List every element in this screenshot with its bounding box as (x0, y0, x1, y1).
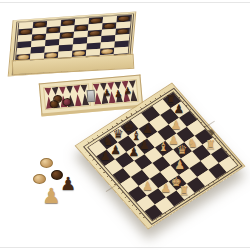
loose-pieces: ♟♟ (0, 0, 250, 250)
loose-light-pawn[interactable]: ♟ (42, 186, 61, 207)
product-photo: ♟♟♟ ♞♛♚♜♟♟♝♟♟♟♟♟♝♟♛♞♟♟♜♟♚♜ ♟♟ (0, 0, 250, 250)
loose-light-checker[interactable] (40, 158, 53, 168)
loose-dark-pawn[interactable]: ♟ (60, 175, 76, 193)
loose-light-checker[interactable] (33, 174, 46, 184)
